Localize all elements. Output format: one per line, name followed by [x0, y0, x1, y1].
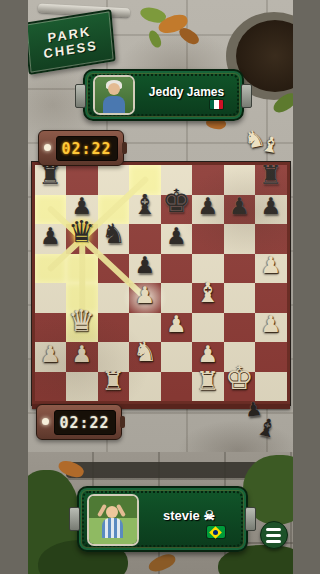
square-f6[interactable]	[192, 224, 224, 254]
player-avatar[interactable]	[87, 494, 139, 546]
square-c8[interactable]	[98, 165, 130, 195]
player-name: stevie ☠	[137, 508, 242, 523]
square-h2[interactable]	[255, 342, 287, 372]
hamburger-icon	[266, 534, 281, 537]
piece-white-pawn-b2[interactable]: ♟	[66, 339, 98, 369]
square-a3[interactable]	[35, 313, 67, 343]
square-a7[interactable]	[35, 195, 67, 225]
piece-white-knight-d2[interactable]: ♞	[129, 337, 161, 367]
opponent-name: Jeddy James	[137, 85, 237, 99]
clock-display: 02:22	[54, 410, 116, 435]
player-clock: 02:22	[36, 404, 122, 440]
opponent-time: 02:22	[61, 140, 111, 158]
piece-black-pawn-g7[interactable]: ♟	[224, 192, 256, 222]
hamburger-icon	[266, 540, 281, 543]
hamburger-icon	[266, 528, 281, 531]
piece-black-bishop-d7[interactable]: ♝	[129, 190, 161, 220]
opponent-flag-mexico	[210, 100, 223, 109]
piece-white-bishop-f4[interactable]: ♝	[192, 278, 224, 308]
piece-white-pawn-h3[interactable]: ♟	[255, 310, 287, 340]
piece-white-queen-b3[interactable]: ♛	[66, 306, 98, 336]
square-g4[interactable]	[224, 283, 256, 313]
square-c4[interactable]	[98, 283, 130, 313]
player-flag-brazil	[207, 526, 225, 538]
piece-black-pawn-a6[interactable]: ♟	[35, 221, 67, 251]
avatar-shirt	[102, 518, 123, 538]
square-a5[interactable]	[35, 254, 67, 284]
player-plate: stevie ☠	[77, 486, 248, 552]
square-d1[interactable]	[129, 372, 161, 402]
square-e2[interactable]	[161, 342, 193, 372]
plate-handle	[75, 84, 86, 108]
avatar-shirt	[103, 96, 125, 113]
piece-white-rook-f1[interactable]: ♜	[192, 367, 224, 397]
opponent-clock: 02:22	[38, 130, 124, 166]
square-e1[interactable]	[161, 372, 193, 402]
clock-display: 02:22	[56, 136, 118, 161]
opponent-avatar[interactable]	[93, 75, 135, 115]
captured-white-bishop: ♝	[259, 132, 282, 159]
square-h4[interactable]	[255, 283, 287, 313]
square-b8[interactable]	[66, 165, 98, 195]
square-c5[interactable]	[98, 254, 130, 284]
piece-white-pawn-e3[interactable]: ♟	[161, 310, 193, 340]
square-g6[interactable]	[224, 224, 256, 254]
menu-button[interactable]	[260, 521, 288, 549]
square-f3[interactable]	[192, 313, 224, 343]
square-e5[interactable]	[161, 254, 193, 284]
plate-handle	[241, 84, 252, 108]
square-b1[interactable]	[66, 372, 98, 402]
piece-white-pawn-h5[interactable]: ♟	[255, 251, 287, 281]
clock-lamp	[42, 418, 49, 425]
piece-black-king-e7[interactable]: ♚	[161, 187, 193, 217]
piece-black-pawn-f7[interactable]: ♟	[192, 192, 224, 222]
square-f8[interactable]	[192, 165, 224, 195]
player-time: 02:22	[59, 414, 109, 432]
square-g3[interactable]	[224, 313, 256, 343]
piece-black-rook-h8[interactable]: ♜	[255, 160, 287, 190]
square-d6[interactable]	[129, 224, 161, 254]
square-c3[interactable]	[98, 313, 130, 343]
piece-white-pawn-d4[interactable]: ♟	[129, 280, 161, 310]
square-g8[interactable]	[224, 165, 256, 195]
square-e4[interactable]	[161, 283, 193, 313]
square-a4[interactable]	[35, 283, 67, 313]
wall-ledge-shadow	[66, 462, 258, 478]
square-g5[interactable]	[224, 254, 256, 284]
square-h6[interactable]	[255, 224, 287, 254]
avatar-face	[108, 83, 120, 95]
opponent-plate: Jeddy James	[83, 69, 244, 121]
flag-globe	[213, 530, 218, 535]
clock-lamp	[44, 144, 51, 151]
square-b5[interactable]	[66, 254, 98, 284]
piece-black-pawn-h7[interactable]: ♟	[255, 192, 287, 222]
piece-white-pawn-a2[interactable]: ♟	[35, 339, 67, 369]
piece-white-pawn-f2[interactable]: ♟	[192, 339, 224, 369]
piece-black-pawn-e6[interactable]: ♟	[161, 221, 193, 251]
piece-white-rook-c1[interactable]: ♜	[98, 367, 130, 397]
piece-black-knight-c6[interactable]: ♞	[98, 219, 130, 249]
square-a1[interactable]	[35, 372, 67, 402]
app-screen: PARK CHESS Jeddy James ♞♝ ♜♜♟♝♚♟♟♟♟♛♞♟♟♟…	[28, 0, 293, 574]
avatar-face	[106, 506, 118, 518]
piece-black-queen-b6[interactable]: ♛	[66, 217, 98, 247]
plate-handle	[69, 507, 80, 531]
piece-black-pawn-d5[interactable]: ♟	[129, 251, 161, 281]
piece-white-king-g1[interactable]: ♚	[224, 364, 256, 394]
plate-handle	[245, 507, 256, 531]
